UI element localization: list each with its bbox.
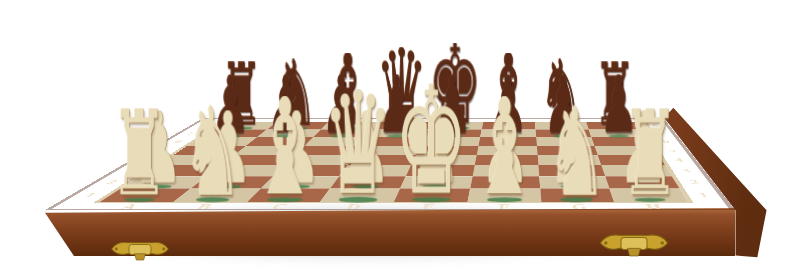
square-d3 xyxy=(339,165,411,176)
file-label-back-b: B xyxy=(289,118,319,122)
brass-latch-left-icon xyxy=(108,237,172,263)
square-f5 xyxy=(477,146,538,155)
file-label-back-h: H xyxy=(598,118,626,122)
square-e1: ♚ xyxy=(394,188,470,201)
square-f2: ♟ xyxy=(470,176,540,188)
square-c8: ♝ xyxy=(321,122,380,129)
brass-latch-right-icon xyxy=(596,228,672,260)
rank-label-right-8: 8 xyxy=(646,122,664,129)
square-h1: ♜ xyxy=(610,188,688,201)
square-g3 xyxy=(538,165,605,176)
piece-black-king-e8: ♚ xyxy=(412,43,497,128)
square-d8: ♛ xyxy=(374,122,431,129)
square-g1: ♞ xyxy=(540,188,615,201)
file-label-back-c: C xyxy=(340,118,369,122)
rank-label-left-8: 8 xyxy=(192,122,217,129)
file-label-back-e: E xyxy=(444,118,471,122)
square-b4 xyxy=(221,155,295,165)
chess-set-scene: ♜♞♝♛♚♝♞♜♟♟♟♟♟♟♟♟♟♟♟♟♟♟♟♟♜♞♝♛♚♝♞♜ ABCDEFG… xyxy=(0,0,800,277)
square-c1: ♝ xyxy=(247,188,331,201)
square-h4 xyxy=(598,155,665,165)
rank-label-right-5: 5 xyxy=(662,146,683,155)
square-f1: ♝ xyxy=(467,188,541,201)
rank-label-right-6: 6 xyxy=(656,137,676,146)
square-e4 xyxy=(411,155,476,165)
rank-label-left-7: 7 xyxy=(179,129,206,137)
rank-label-right-3: 3 xyxy=(675,165,699,176)
square-g6 xyxy=(536,137,595,146)
square-e7: ♟ xyxy=(424,129,481,137)
square-c2: ♟ xyxy=(260,176,339,188)
file-label-back-g: G xyxy=(547,118,574,122)
square-d7: ♟ xyxy=(368,129,428,137)
file-label-front-f: F xyxy=(485,202,523,211)
square-b5 xyxy=(234,146,304,155)
file-label-front-e: E xyxy=(408,202,448,211)
square-f4 xyxy=(475,155,538,165)
square-h3 xyxy=(601,165,671,176)
rank-label-left-2: 2 xyxy=(93,176,130,188)
square-h5 xyxy=(595,146,659,155)
file-label-front-d: D xyxy=(332,202,375,211)
square-c3 xyxy=(273,165,348,176)
square-b3 xyxy=(206,165,284,176)
piece-black-queen-d8: ♛ xyxy=(359,47,444,128)
square-e3 xyxy=(406,165,475,176)
square-g7: ♟ xyxy=(535,129,591,137)
square-h2: ♟ xyxy=(605,176,679,188)
square-c5 xyxy=(294,146,362,155)
square-e5 xyxy=(416,146,479,155)
square-e6 xyxy=(420,137,480,146)
rank-label-right-2: 2 xyxy=(682,176,708,188)
square-h7: ♟ xyxy=(589,129,648,137)
square-f7: ♟ xyxy=(480,129,536,137)
square-b2: ♟ xyxy=(191,176,273,188)
square-e8: ♚ xyxy=(428,122,483,129)
square-c6 xyxy=(304,137,368,146)
board-3d-wrapper: ♜♞♝♛♚♝♞♜♟♟♟♟♟♟♟♟♟♟♟♟♟♟♟♟♜♞♝♛♚♝♞♜ ABCDEFG… xyxy=(0,0,800,277)
square-b6 xyxy=(246,137,313,146)
square-g5 xyxy=(537,146,598,155)
square-g2: ♟ xyxy=(539,176,610,188)
square-f6 xyxy=(478,137,536,146)
square-d1: ♛ xyxy=(320,188,400,201)
rank-label-right-1: 1 xyxy=(690,188,717,201)
rank-label-right-7: 7 xyxy=(651,129,670,137)
file-label-front-g: G xyxy=(559,202,598,211)
square-c4 xyxy=(284,155,355,165)
file-label-back-d: D xyxy=(392,118,420,122)
square-f3 xyxy=(472,165,538,176)
square-d2: ♟ xyxy=(330,176,406,188)
square-h6 xyxy=(592,137,653,146)
file-labels-front: ABCDEFGH xyxy=(88,202,693,209)
file-label-back-f: F xyxy=(496,118,522,122)
square-c7: ♟ xyxy=(313,129,375,137)
square-d6 xyxy=(362,137,424,146)
file-label-front-b: B xyxy=(180,202,228,211)
file-labels-back: ABCDEFGH xyxy=(225,118,638,121)
square-e2: ♟ xyxy=(400,176,472,188)
square-d4 xyxy=(348,155,416,165)
square-g8: ♞ xyxy=(535,122,589,129)
square-b7: ♟ xyxy=(257,129,321,137)
file-label-front-c: C xyxy=(256,202,301,211)
square-b8: ♞ xyxy=(267,122,328,129)
piece-black-bishop-c8: ♝ xyxy=(306,53,391,129)
square-g4 xyxy=(537,155,601,165)
rank-label-right-4: 4 xyxy=(668,155,691,165)
chess-board: ♜♞♝♛♚♝♞♜♟♟♟♟♟♟♟♟♟♟♟♟♟♟♟♟♜♞♝♛♚♝♞♜ ABCDEFG… xyxy=(45,118,735,210)
file-label-front-h: H xyxy=(633,202,675,211)
square-f8: ♝ xyxy=(482,122,536,129)
square-h8: ♜ xyxy=(586,122,642,129)
square-d5 xyxy=(355,146,420,155)
file-label-front-a: A xyxy=(104,202,154,211)
piece-black-bishop-f8: ♝ xyxy=(466,53,551,129)
